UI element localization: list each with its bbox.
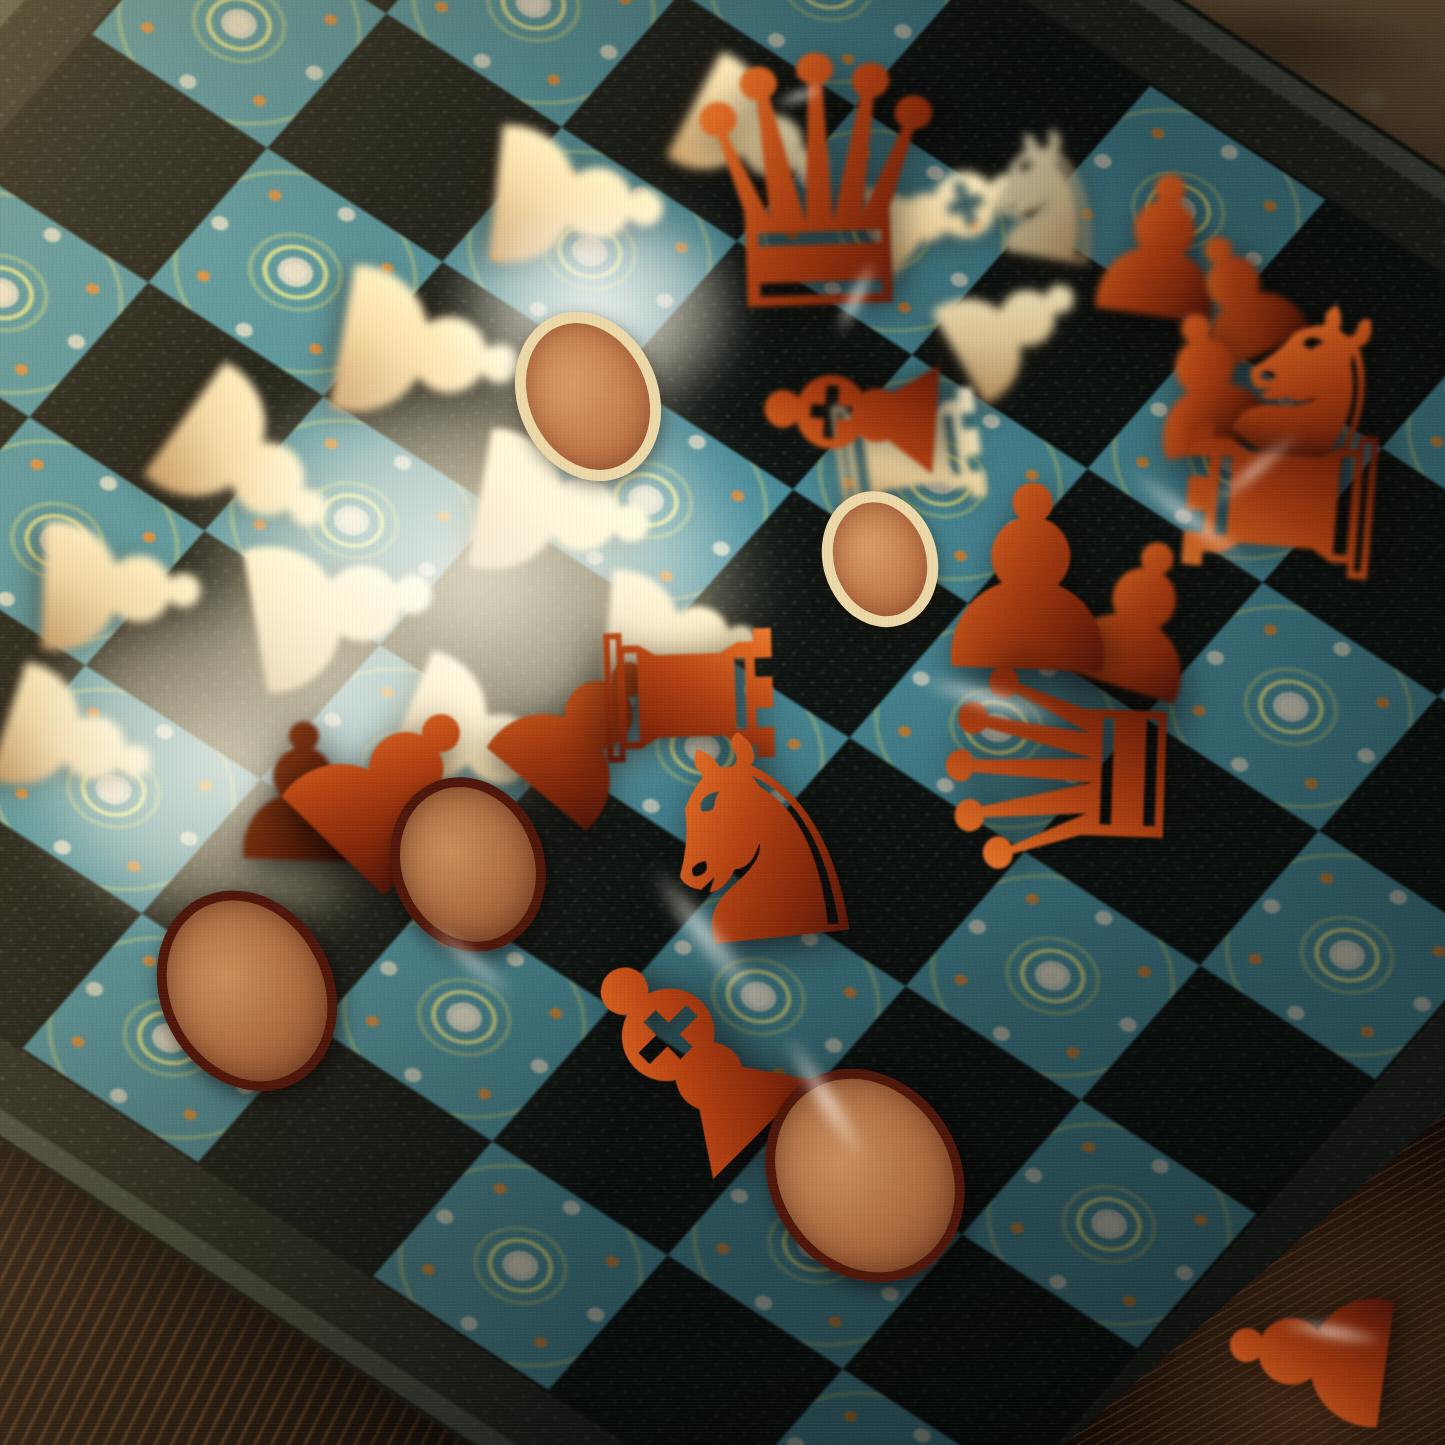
board-grid (0, 0, 1445, 1445)
wood-teal-smudge (1357, 93, 1387, 107)
chess-set-photo: ♟♟♝♞♟♟♟♟♟♟♟♟♜♟♛♝♟♟♟♞♜♟♟♜♞♛♟♟♟♝♟ (0, 0, 1445, 1445)
chessboard (0, 0, 1445, 1445)
